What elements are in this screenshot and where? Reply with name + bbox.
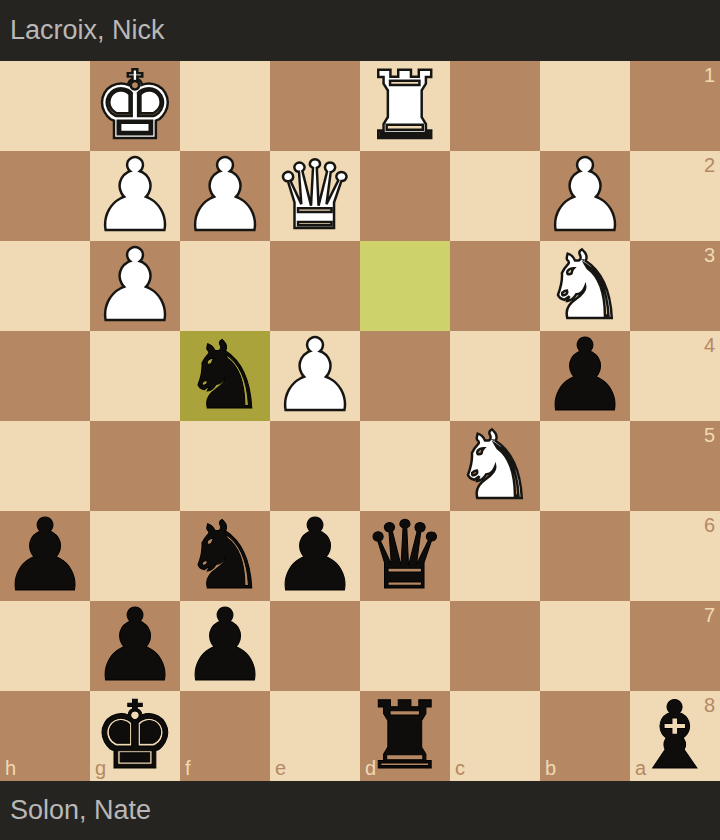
coord-file-d: d	[365, 758, 376, 778]
square-b6[interactable]	[540, 511, 630, 601]
square-d4[interactable]	[360, 331, 450, 421]
square-c6[interactable]	[450, 511, 540, 601]
square-c3[interactable]	[450, 241, 540, 331]
square-a1[interactable]: 1	[630, 61, 720, 151]
white-pawn[interactable]: ♟	[270, 331, 360, 421]
app: Lacroix, Nick ♚♜1♟♟♛♟2♟♞3♞♟♟4♞5♟♞♟♛6♟♟7h…	[0, 0, 720, 840]
square-h1[interactable]	[0, 61, 90, 151]
square-d7[interactable]	[360, 601, 450, 691]
square-h5[interactable]	[0, 421, 90, 511]
coord-file-g: g	[95, 758, 106, 778]
square-g2[interactable]: ♟	[90, 151, 180, 241]
square-b3[interactable]: ♞	[540, 241, 630, 331]
player-bar-top: Lacroix, Nick	[0, 0, 720, 61]
coord-file-f: f	[185, 758, 191, 778]
square-a7[interactable]: 7	[630, 601, 720, 691]
square-c8[interactable]: c	[450, 691, 540, 781]
square-e3[interactable]	[270, 241, 360, 331]
player-bar-bottom: Solon, Nate	[0, 781, 720, 840]
white-knight[interactable]: ♞	[450, 421, 540, 511]
square-a6[interactable]: 6	[630, 511, 720, 601]
player-name-bottom: Solon, Nate	[10, 795, 151, 826]
coord-file-e: e	[275, 758, 286, 778]
square-d8[interactable]: ♜d	[360, 691, 450, 781]
square-e2[interactable]: ♛	[270, 151, 360, 241]
player-name-top: Lacroix, Nick	[10, 15, 165, 46]
coord-rank-2: 2	[704, 155, 715, 175]
square-e4[interactable]: ♟	[270, 331, 360, 421]
coord-rank-1: 1	[704, 65, 715, 85]
coord-rank-7: 7	[704, 605, 715, 625]
black-pawn[interactable]: ♟	[180, 601, 270, 691]
square-c2[interactable]	[450, 151, 540, 241]
square-h6[interactable]: ♟	[0, 511, 90, 601]
square-f8[interactable]: f	[180, 691, 270, 781]
coord-file-c: c	[455, 758, 465, 778]
square-f7[interactable]: ♟	[180, 601, 270, 691]
coord-rank-8: 8	[704, 695, 715, 715]
square-e7[interactable]	[270, 601, 360, 691]
square-d3[interactable]	[360, 241, 450, 331]
white-knight[interactable]: ♞	[540, 241, 630, 331]
square-b5[interactable]	[540, 421, 630, 511]
square-d2[interactable]	[360, 151, 450, 241]
coord-file-h: h	[5, 758, 16, 778]
coord-rank-5: 5	[704, 425, 715, 445]
black-knight[interactable]: ♞	[180, 331, 270, 421]
square-f4[interactable]: ♞	[180, 331, 270, 421]
square-e5[interactable]	[270, 421, 360, 511]
square-g5[interactable]	[90, 421, 180, 511]
square-f5[interactable]	[180, 421, 270, 511]
square-h8[interactable]: h	[0, 691, 90, 781]
square-g6[interactable]	[90, 511, 180, 601]
square-f6[interactable]: ♞	[180, 511, 270, 601]
coord-file-a: a	[635, 758, 646, 778]
black-pawn[interactable]: ♟	[540, 331, 630, 421]
chess-board: ♚♜1♟♟♛♟2♟♞3♞♟♟4♞5♟♞♟♛6♟♟7h♚gfe♜dcb♝8a	[0, 61, 720, 781]
black-queen[interactable]: ♛	[360, 511, 450, 601]
square-b8[interactable]: b	[540, 691, 630, 781]
square-h4[interactable]	[0, 331, 90, 421]
square-e6[interactable]: ♟	[270, 511, 360, 601]
coord-rank-6: 6	[704, 515, 715, 535]
square-g8[interactable]: ♚g	[90, 691, 180, 781]
coord-rank-4: 4	[704, 335, 715, 355]
square-h3[interactable]	[0, 241, 90, 331]
square-c4[interactable]	[450, 331, 540, 421]
square-d1[interactable]: ♜	[360, 61, 450, 151]
square-d6[interactable]: ♛	[360, 511, 450, 601]
square-a4[interactable]: 4	[630, 331, 720, 421]
white-pawn[interactable]: ♟	[540, 151, 630, 241]
square-e1[interactable]	[270, 61, 360, 151]
white-rook[interactable]: ♜	[360, 61, 450, 151]
square-d5[interactable]	[360, 421, 450, 511]
square-c5[interactable]: ♞	[450, 421, 540, 511]
square-b1[interactable]	[540, 61, 630, 151]
black-pawn[interactable]: ♟	[270, 511, 360, 601]
white-king[interactable]: ♚	[90, 61, 180, 151]
square-g3[interactable]: ♟	[90, 241, 180, 331]
coord-rank-3: 3	[704, 245, 715, 265]
square-g4[interactable]	[90, 331, 180, 421]
square-c7[interactable]	[450, 601, 540, 691]
coord-file-b: b	[545, 758, 556, 778]
white-pawn[interactable]: ♟	[90, 241, 180, 331]
square-g1[interactable]: ♚	[90, 61, 180, 151]
white-queen[interactable]: ♛	[270, 151, 360, 241]
square-f1[interactable]	[180, 61, 270, 151]
square-e8[interactable]: e	[270, 691, 360, 781]
black-knight[interactable]: ♞	[180, 511, 270, 601]
square-g7[interactable]: ♟	[90, 601, 180, 691]
square-b4[interactable]: ♟	[540, 331, 630, 421]
square-h2[interactable]	[0, 151, 90, 241]
black-pawn[interactable]: ♟	[0, 511, 90, 601]
square-b7[interactable]	[540, 601, 630, 691]
square-b2[interactable]: ♟	[540, 151, 630, 241]
square-h7[interactable]	[0, 601, 90, 691]
square-a2[interactable]: 2	[630, 151, 720, 241]
square-a8[interactable]: ♝8a	[630, 691, 720, 781]
square-c1[interactable]	[450, 61, 540, 151]
square-f3[interactable]	[180, 241, 270, 331]
square-a3[interactable]: 3	[630, 241, 720, 331]
white-pawn[interactable]: ♟	[180, 151, 270, 241]
black-pawn[interactable]: ♟	[90, 601, 180, 691]
square-a5[interactable]: 5	[630, 421, 720, 511]
square-f2[interactable]: ♟	[180, 151, 270, 241]
white-pawn[interactable]: ♟	[90, 151, 180, 241]
